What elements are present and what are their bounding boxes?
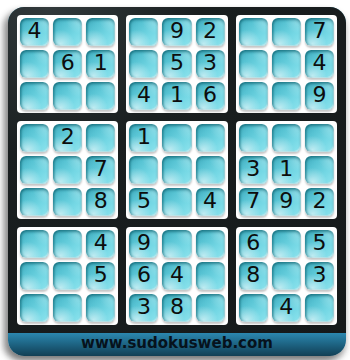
digit: 9 [137,232,151,254]
cell-r3c5[interactable]: 1 [162,82,191,110]
digit: 6 [246,232,260,254]
digit: 4 [312,52,326,74]
cell-r6c8[interactable]: 9 [272,188,301,216]
cell-r5c4[interactable] [129,156,158,184]
cell-r7c9[interactable]: 5 [305,230,334,258]
cell-r2c6[interactable]: 3 [196,50,225,78]
cell-r4c1[interactable] [20,124,49,152]
cell-r2c1[interactable] [20,50,49,78]
cell-r5c1[interactable] [20,156,49,184]
cell-r6c6[interactable]: 4 [196,188,225,216]
box-8: 96438 [126,227,227,325]
cell-r4c5[interactable] [162,124,191,152]
box-3: 749 [236,15,337,113]
cell-r9c4[interactable]: 3 [129,294,158,322]
cell-r3c6[interactable]: 6 [196,82,225,110]
digit: 1 [279,158,293,180]
digit: 8 [246,264,260,286]
sudoku-widget: 461925341674927815431792459643865834 www… [8,7,346,356]
digit: 6 [137,264,151,286]
cell-r7c6[interactable] [196,230,225,258]
cell-r4c6[interactable] [196,124,225,152]
digit: 3 [312,264,326,286]
cell-r9c1[interactable] [20,294,49,322]
digit: 7 [94,158,108,180]
digit: 9 [279,190,293,212]
digit: 4 [28,20,42,42]
digit: 1 [137,126,151,148]
digit: 3 [137,296,151,318]
cell-r8c5[interactable]: 4 [162,262,191,290]
cell-r3c2[interactable] [53,82,82,110]
digit: 4 [279,296,293,318]
digit: 5 [312,232,326,254]
cell-r8c4[interactable]: 6 [129,262,158,290]
cell-r1c8[interactable] [272,18,301,46]
cell-r6c1[interactable] [20,188,49,216]
digit: 2 [203,20,217,42]
digit: 5 [137,190,151,212]
cell-r1c5[interactable]: 9 [162,18,191,46]
digit: 2 [312,190,326,212]
cell-r8c3[interactable]: 5 [86,262,115,290]
cell-r8c2[interactable] [53,262,82,290]
digit: 5 [94,264,108,286]
cell-r2c9[interactable]: 4 [305,50,334,78]
cell-r6c2[interactable] [53,188,82,216]
cell-r9c3[interactable] [86,294,115,322]
cell-r3c4[interactable]: 4 [129,82,158,110]
cell-r9c2[interactable] [53,294,82,322]
cell-r2c4[interactable] [129,50,158,78]
digit: 4 [170,264,184,286]
board-frame: 461925341674927815431792459643865834 [8,7,346,333]
digit: 7 [312,20,326,42]
digit: 3 [203,52,217,74]
cell-r4c8[interactable] [272,124,301,152]
digit: 8 [94,190,108,212]
cell-r3c7[interactable] [239,82,268,110]
cell-r9c8[interactable]: 4 [272,294,301,322]
cell-r2c7[interactable] [239,50,268,78]
digit: 4 [94,232,108,254]
cell-r1c7[interactable] [239,18,268,46]
cell-r5c2[interactable] [53,156,82,184]
cell-r3c9[interactable]: 9 [305,82,334,110]
cell-r8c8[interactable] [272,262,301,290]
cell-r2c5[interactable]: 5 [162,50,191,78]
cell-r3c8[interactable] [272,82,301,110]
cell-r6c3[interactable]: 8 [86,188,115,216]
cell-r6c4[interactable]: 5 [129,188,158,216]
cell-r1c2[interactable] [53,18,82,46]
cell-r4c7[interactable] [239,124,268,152]
cell-r7c1[interactable] [20,230,49,258]
digit: 4 [203,190,217,212]
cell-r5c3[interactable]: 7 [86,156,115,184]
cell-r4c3[interactable] [86,124,115,152]
cell-r3c3[interactable] [86,82,115,110]
cell-r4c4[interactable]: 1 [129,124,158,152]
cell-r7c4[interactable]: 9 [129,230,158,258]
cell-r5c7[interactable]: 3 [239,156,268,184]
digit: 8 [170,296,184,318]
cell-r5c6[interactable] [196,156,225,184]
cell-r7c3[interactable]: 4 [86,230,115,258]
box-6: 31792 [236,121,337,219]
digit: 4 [137,84,151,106]
cell-r1c1[interactable]: 4 [20,18,49,46]
cell-r7c7[interactable]: 6 [239,230,268,258]
sudoku-board: 461925341674927815431792459643865834 [17,15,337,325]
digit: 1 [170,84,184,106]
cell-r2c8[interactable] [272,50,301,78]
box-2: 9253416 [126,15,227,113]
digit: 2 [61,126,75,148]
box-4: 278 [17,121,118,219]
box-9: 65834 [236,227,337,325]
box-7: 45 [17,227,118,325]
cell-r5c5[interactable] [162,156,191,184]
cell-r9c9[interactable] [305,294,334,322]
cell-r5c9[interactable] [305,156,334,184]
cell-r1c4[interactable] [129,18,158,46]
digit: 6 [61,52,75,74]
digit: 6 [203,84,217,106]
website-url[interactable]: www.sudokusweb.com [81,334,273,352]
cell-r9c7[interactable] [239,294,268,322]
cell-r1c6[interactable]: 2 [196,18,225,46]
digit: 9 [312,84,326,106]
cell-r2c3[interactable]: 1 [86,50,115,78]
cell-r3c1[interactable] [20,82,49,110]
cell-r4c2[interactable]: 2 [53,124,82,152]
cell-r6c9[interactable]: 2 [305,188,334,216]
cell-r7c2[interactable] [53,230,82,258]
cell-r5c8[interactable]: 1 [272,156,301,184]
footer-bar: www.sudokusweb.com [8,333,346,356]
cell-r4c9[interactable] [305,124,334,152]
cell-r8c1[interactable] [20,262,49,290]
cell-r1c9[interactable]: 7 [305,18,334,46]
digit: 9 [170,20,184,42]
digit: 1 [94,52,108,74]
cell-r2c2[interactable]: 6 [53,50,82,78]
digit: 3 [246,158,260,180]
box-1: 461 [17,15,118,113]
cell-r7c5[interactable] [162,230,191,258]
cell-r9c6[interactable] [196,294,225,322]
cell-r6c5[interactable] [162,188,191,216]
cell-r9c5[interactable]: 8 [162,294,191,322]
cell-r8c7[interactable]: 8 [239,262,268,290]
digit: 5 [170,52,184,74]
cell-r8c6[interactable] [196,262,225,290]
box-5: 154 [126,121,227,219]
cell-r7c8[interactable] [272,230,301,258]
cell-r8c9[interactable]: 3 [305,262,334,290]
cell-r1c3[interactable] [86,18,115,46]
cell-r6c7[interactable]: 7 [239,188,268,216]
digit: 7 [246,190,260,212]
